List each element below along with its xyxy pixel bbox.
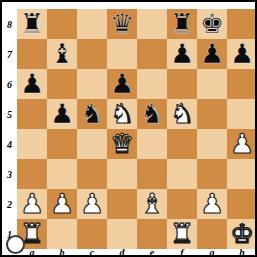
square-f4[interactable] — [167, 129, 197, 159]
square-f8[interactable]: ♜ — [167, 9, 197, 39]
square-b6[interactable] — [47, 69, 77, 99]
white-pawn-h4[interactable]: ♟ — [227, 129, 257, 159]
square-c2[interactable]: ♟ — [77, 189, 107, 219]
black-pawn-h7[interactable]: ♟ — [227, 39, 257, 69]
square-d5[interactable]: ♞ — [107, 99, 137, 129]
square-c4[interactable] — [77, 129, 107, 159]
square-f5[interactable]: ♞ — [167, 99, 197, 129]
square-a4[interactable] — [17, 129, 47, 159]
white-pawn-c2[interactable]: ♟ — [77, 189, 107, 219]
square-e7[interactable] — [137, 39, 167, 69]
square-f3[interactable] — [167, 159, 197, 189]
square-e4[interactable] — [137, 129, 167, 159]
file-label-h: h — [227, 246, 257, 257]
square-g7[interactable]: ♟ — [197, 39, 227, 69]
square-g4[interactable] — [197, 129, 227, 159]
black-pawn-g7[interactable]: ♟ — [197, 39, 227, 69]
square-a8[interactable]: ♜ — [17, 9, 47, 39]
square-d8[interactable]: ♛ — [107, 9, 137, 39]
square-g3[interactable] — [197, 159, 227, 189]
file-label-d: d — [107, 246, 137, 257]
file-label-c: c — [77, 246, 107, 257]
file-label-e: e — [137, 246, 167, 257]
square-h4[interactable]: ♟ — [227, 129, 257, 159]
square-e8[interactable] — [137, 9, 167, 39]
white-pawn-b2[interactable]: ♟ — [47, 189, 77, 219]
square-h2[interactable] — [227, 189, 257, 219]
rank-label-5: 5 — [2, 99, 17, 129]
square-f1[interactable]: ♜ — [167, 219, 197, 249]
square-g2[interactable]: ♟ — [197, 189, 227, 219]
rank-label-6: 6 — [2, 69, 17, 99]
rank-label-2: 2 — [2, 189, 17, 219]
square-e2[interactable]: ♝ — [137, 189, 167, 219]
square-d2[interactable] — [107, 189, 137, 219]
square-c8[interactable] — [77, 9, 107, 39]
square-h8[interactable] — [227, 9, 257, 39]
board: ♜♛♜♚♝♟♟♟♟♟♟♞♞♞♞♛♟♟♟♟♝♟♜♜♚ — [17, 9, 257, 249]
rank-label-7: 7 — [2, 39, 17, 69]
square-f6[interactable] — [167, 69, 197, 99]
file-label-g: g — [197, 246, 227, 257]
square-h1[interactable]: ♚ — [227, 219, 257, 249]
square-c5[interactable]: ♞ — [77, 99, 107, 129]
rank-labels: 87654321 — [2, 9, 17, 249]
square-d4[interactable]: ♛ — [107, 129, 137, 159]
square-h3[interactable] — [227, 159, 257, 189]
square-a3[interactable] — [17, 159, 47, 189]
rank-label-4: 4 — [2, 129, 17, 159]
black-knight-e5[interactable]: ♞ — [137, 99, 167, 129]
square-g5[interactable] — [197, 99, 227, 129]
square-d6[interactable]: ♟ — [107, 69, 137, 99]
square-d1[interactable] — [107, 219, 137, 249]
square-b1[interactable] — [47, 219, 77, 249]
square-h5[interactable] — [227, 99, 257, 129]
square-e1[interactable] — [137, 219, 167, 249]
chess-diagram: ♜♛♜♚♝♟♟♟♟♟♟♞♞♞♞♛♟♟♟♟♝♟♜♜♚ 87654321 abcde… — [0, 0, 257, 257]
white-rook-f1[interactable]: ♜ — [167, 219, 197, 249]
square-a2[interactable]: ♟ — [17, 189, 47, 219]
square-h6[interactable] — [227, 69, 257, 99]
square-h7[interactable]: ♟ — [227, 39, 257, 69]
square-c1[interactable] — [77, 219, 107, 249]
black-pawn-b5[interactable]: ♟ — [47, 99, 77, 129]
white-knight-d5[interactable]: ♞ — [107, 99, 137, 129]
white-knight-f5[interactable]: ♞ — [167, 99, 197, 129]
square-f2[interactable] — [167, 189, 197, 219]
square-c3[interactable] — [77, 159, 107, 189]
black-knight-c5[interactable]: ♞ — [77, 99, 107, 129]
black-bishop-b7[interactable]: ♝ — [47, 39, 77, 69]
square-f7[interactable]: ♟ — [167, 39, 197, 69]
white-queen-d4[interactable]: ♛ — [107, 129, 137, 159]
square-c7[interactable] — [77, 39, 107, 69]
square-d7[interactable] — [107, 39, 137, 69]
white-pawn-g2[interactable]: ♟ — [197, 189, 227, 219]
black-pawn-f7[interactable]: ♟ — [167, 39, 197, 69]
file-labels: abcdefgh — [17, 246, 257, 257]
square-e3[interactable] — [137, 159, 167, 189]
square-e6[interactable] — [137, 69, 167, 99]
square-b4[interactable] — [47, 129, 77, 159]
square-a5[interactable] — [17, 99, 47, 129]
square-g8[interactable]: ♚ — [197, 9, 227, 39]
white-bishop-e2[interactable]: ♝ — [137, 189, 167, 219]
square-b7[interactable]: ♝ — [47, 39, 77, 69]
square-b2[interactable]: ♟ — [47, 189, 77, 219]
square-d3[interactable] — [107, 159, 137, 189]
black-pawn-d6[interactable]: ♟ — [107, 69, 137, 99]
square-b8[interactable] — [47, 9, 77, 39]
square-b5[interactable]: ♟ — [47, 99, 77, 129]
white-to-move-indicator — [6, 235, 25, 254]
square-a7[interactable] — [17, 39, 47, 69]
square-a6[interactable]: ♟ — [17, 69, 47, 99]
black-pawn-a6[interactable]: ♟ — [17, 69, 47, 99]
black-rook-a8[interactable]: ♜ — [17, 9, 47, 39]
square-e5[interactable]: ♞ — [137, 99, 167, 129]
file-label-b: b — [47, 246, 77, 257]
rank-label-3: 3 — [2, 159, 17, 189]
square-g1[interactable] — [197, 219, 227, 249]
black-king-g8[interactable]: ♚ — [197, 9, 227, 39]
square-g6[interactable] — [197, 69, 227, 99]
square-c6[interactable] — [77, 69, 107, 99]
rank-label-8: 8 — [2, 9, 17, 39]
square-b3[interactable] — [47, 159, 77, 189]
white-pawn-a2[interactable]: ♟ — [17, 189, 47, 219]
black-rook-f8[interactable]: ♜ — [167, 9, 197, 39]
file-label-f: f — [167, 246, 197, 257]
black-queen-d8[interactable]: ♛ — [107, 9, 137, 39]
white-king-h1[interactable]: ♚ — [227, 219, 257, 249]
